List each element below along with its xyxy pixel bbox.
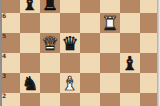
square-a5[interactable]: 5 bbox=[0, 33, 20, 53]
square-a6[interactable]: 6 bbox=[0, 13, 20, 33]
square-c4[interactable] bbox=[40, 53, 60, 73]
square-a4[interactable]: 4 bbox=[0, 53, 20, 73]
square-f3[interactable] bbox=[100, 73, 120, 93]
rank-label-3: 3 bbox=[2, 73, 6, 79]
square-f5[interactable] bbox=[100, 33, 120, 53]
square-g3[interactable] bbox=[120, 73, 140, 93]
square-b7[interactable]: ♝ bbox=[20, 0, 40, 13]
square-g2[interactable] bbox=[120, 93, 140, 106]
square-c2[interactable] bbox=[40, 93, 60, 106]
square-e6[interactable] bbox=[80, 13, 100, 33]
square-f6[interactable]: ♜ bbox=[100, 13, 120, 33]
square-b5[interactable] bbox=[20, 33, 40, 53]
chessboard-viewport: ♝♜6♜5♛♛4♝3♞♝2 bbox=[0, 0, 160, 106]
piece-black-rook-c7[interactable]: ♜ bbox=[40, 0, 60, 13]
rank-label-5: 5 bbox=[2, 33, 6, 39]
square-d6[interactable] bbox=[60, 13, 80, 33]
square-d2[interactable] bbox=[60, 93, 80, 106]
square-d5[interactable]: ♛ bbox=[60, 33, 80, 53]
rank-label-6: 6 bbox=[2, 13, 6, 19]
square-c5[interactable]: ♛ bbox=[40, 33, 60, 53]
square-g4[interactable]: ♝ bbox=[120, 53, 140, 73]
square-g7[interactable] bbox=[120, 0, 140, 13]
square-d7[interactable] bbox=[60, 0, 80, 13]
square-e5[interactable] bbox=[80, 33, 100, 53]
square-c7[interactable]: ♜ bbox=[40, 0, 60, 13]
piece-black-bishop-g4[interactable]: ♝ bbox=[120, 53, 140, 73]
square-c3[interactable] bbox=[40, 73, 60, 93]
square-d3[interactable]: ♝ bbox=[60, 73, 80, 93]
square-b3[interactable]: ♞ bbox=[20, 73, 40, 93]
square-a3[interactable]: 3 bbox=[0, 73, 20, 93]
square-g5[interactable] bbox=[120, 33, 140, 53]
piece-white-rook-f6[interactable]: ♜ bbox=[100, 13, 120, 33]
square-d4[interactable] bbox=[60, 53, 80, 73]
square-e4[interactable] bbox=[80, 53, 100, 73]
piece-black-bishop-b7[interactable]: ♝ bbox=[20, 0, 40, 13]
square-f4[interactable] bbox=[100, 53, 120, 73]
board-right-border bbox=[157, 0, 160, 106]
piece-black-queen-d5[interactable]: ♛ bbox=[60, 33, 80, 53]
square-g6[interactable] bbox=[120, 13, 140, 33]
square-b4[interactable] bbox=[20, 53, 40, 73]
square-e3[interactable] bbox=[80, 73, 100, 93]
square-a2[interactable]: 2 bbox=[0, 93, 20, 106]
rank-label-4: 4 bbox=[2, 53, 6, 59]
piece-black-knight-b3[interactable]: ♞ bbox=[20, 73, 40, 93]
piece-white-queen-c5[interactable]: ♛ bbox=[40, 33, 60, 53]
chess-board: ♝♜6♜5♛♛4♝3♞♝2 bbox=[0, 0, 160, 106]
square-c6[interactable] bbox=[40, 13, 60, 33]
board-left-border bbox=[0, 0, 2, 106]
rank-label-2: 2 bbox=[2, 93, 6, 99]
square-b2[interactable] bbox=[20, 93, 40, 106]
piece-white-bishop-d3[interactable]: ♝ bbox=[60, 73, 80, 93]
square-f2[interactable] bbox=[100, 93, 120, 106]
square-b6[interactable] bbox=[20, 13, 40, 33]
square-e7[interactable] bbox=[80, 0, 100, 13]
square-e2[interactable] bbox=[80, 93, 100, 106]
